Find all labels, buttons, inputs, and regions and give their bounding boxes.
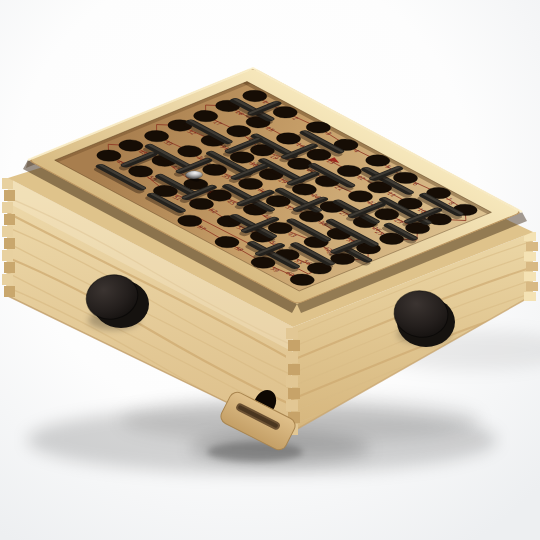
labyrinth-game-image: 1234567891011121314151617181920212223242… [0,0,540,540]
product-photo: 1234567891011121314151617181920212223242… [0,0,540,540]
